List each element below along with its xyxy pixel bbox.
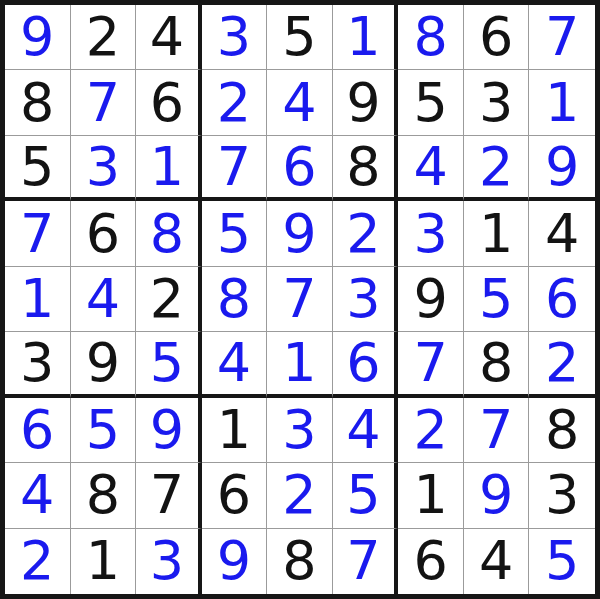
sudoku-cell-r2c3[interactable]: 6 [136,70,202,135]
sudoku-cell-r9c8[interactable]: 4 [464,529,530,594]
sudoku-cell-r1c2[interactable]: 2 [71,5,137,70]
sudoku-cell-r6c1[interactable]: 3 [5,332,71,397]
sudoku-cell-r2c8[interactable]: 3 [464,70,530,135]
sudoku-cell-r8c6[interactable]: 5 [333,463,399,528]
sudoku-cell-r3c9[interactable]: 9 [529,136,595,201]
sudoku-cell-r5c8[interactable]: 5 [464,267,530,332]
sudoku-cell-r7c4[interactable]: 1 [202,398,268,463]
sudoku-cell-r1c7[interactable]: 8 [398,5,464,70]
sudoku-cell-r6c2[interactable]: 9 [71,332,137,397]
sudoku-cell-r4c1[interactable]: 7 [5,201,71,266]
sudoku-cell-r8c7[interactable]: 1 [398,463,464,528]
sudoku-cell-r4c4[interactable]: 5 [202,201,268,266]
sudoku-cell-r4c6[interactable]: 2 [333,201,399,266]
sudoku-cell-r5c7[interactable]: 9 [398,267,464,332]
sudoku-cell-r4c5[interactable]: 9 [267,201,333,266]
sudoku-cell-r9c3[interactable]: 3 [136,529,202,594]
sudoku-cell-r4c3[interactable]: 8 [136,201,202,266]
sudoku-cell-r7c6[interactable]: 4 [333,398,399,463]
sudoku-cell-r7c7[interactable]: 2 [398,398,464,463]
sudoku-cell-r4c8[interactable]: 1 [464,201,530,266]
sudoku-board: 9243518678762495315317684297685923141428… [0,0,600,599]
sudoku-cell-r3c1[interactable]: 5 [5,136,71,201]
sudoku-cell-r5c2[interactable]: 4 [71,267,137,332]
sudoku-cell-r9c1[interactable]: 2 [5,529,71,594]
sudoku-cell-r2c7[interactable]: 5 [398,70,464,135]
sudoku-cell-r6c6[interactable]: 6 [333,332,399,397]
sudoku-cell-r6c9[interactable]: 2 [529,332,595,397]
sudoku-cell-r6c7[interactable]: 7 [398,332,464,397]
sudoku-cell-r5c9[interactable]: 6 [529,267,595,332]
sudoku-cell-r7c5[interactable]: 3 [267,398,333,463]
sudoku-cell-r8c5[interactable]: 2 [267,463,333,528]
sudoku-cell-r1c4[interactable]: 3 [202,5,268,70]
sudoku-cell-r4c2[interactable]: 6 [71,201,137,266]
sudoku-cell-r3c3[interactable]: 1 [136,136,202,201]
sudoku-cell-r2c4[interactable]: 2 [202,70,268,135]
sudoku-cell-r9c2[interactable]: 1 [71,529,137,594]
sudoku-cell-r6c3[interactable]: 5 [136,332,202,397]
sudoku-cell-r1c3[interactable]: 4 [136,5,202,70]
sudoku-cell-r5c6[interactable]: 3 [333,267,399,332]
sudoku-cell-r9c9[interactable]: 5 [529,529,595,594]
sudoku-cell-r3c7[interactable]: 4 [398,136,464,201]
sudoku-cell-r9c5[interactable]: 8 [267,529,333,594]
sudoku-cell-r7c9[interactable]: 8 [529,398,595,463]
sudoku-cell-r4c7[interactable]: 3 [398,201,464,266]
sudoku-cell-r1c1[interactable]: 9 [5,5,71,70]
sudoku-cell-r7c3[interactable]: 9 [136,398,202,463]
sudoku-cell-r1c5[interactable]: 5 [267,5,333,70]
sudoku-cell-r7c2[interactable]: 5 [71,398,137,463]
sudoku-cell-r8c9[interactable]: 3 [529,463,595,528]
sudoku-cell-r8c8[interactable]: 9 [464,463,530,528]
sudoku-cell-r1c9[interactable]: 7 [529,5,595,70]
sudoku-cell-r5c1[interactable]: 1 [5,267,71,332]
sudoku-cell-r3c8[interactable]: 2 [464,136,530,201]
sudoku-cell-r9c7[interactable]: 6 [398,529,464,594]
sudoku-cell-r5c5[interactable]: 7 [267,267,333,332]
sudoku-cell-r7c1[interactable]: 6 [5,398,71,463]
sudoku-cell-r1c6[interactable]: 1 [333,5,399,70]
sudoku-cell-r8c4[interactable]: 6 [202,463,268,528]
sudoku-cell-r8c1[interactable]: 4 [5,463,71,528]
sudoku-cell-r3c5[interactable]: 6 [267,136,333,201]
sudoku-cell-r3c6[interactable]: 8 [333,136,399,201]
sudoku-cell-r6c4[interactable]: 4 [202,332,268,397]
sudoku-cell-r8c2[interactable]: 8 [71,463,137,528]
sudoku-cell-r5c4[interactable]: 8 [202,267,268,332]
sudoku-cell-r2c5[interactable]: 4 [267,70,333,135]
sudoku-cell-r9c6[interactable]: 7 [333,529,399,594]
sudoku-cell-r2c2[interactable]: 7 [71,70,137,135]
sudoku-cell-r7c8[interactable]: 7 [464,398,530,463]
sudoku-cell-r8c3[interactable]: 7 [136,463,202,528]
sudoku-cell-r4c9[interactable]: 4 [529,201,595,266]
sudoku-cell-r1c8[interactable]: 6 [464,5,530,70]
sudoku-cell-r6c5[interactable]: 1 [267,332,333,397]
sudoku-cell-r6c8[interactable]: 8 [464,332,530,397]
sudoku-cell-r2c6[interactable]: 9 [333,70,399,135]
sudoku-cell-r3c2[interactable]: 3 [71,136,137,201]
sudoku-cell-r3c4[interactable]: 7 [202,136,268,201]
sudoku-cell-r9c4[interactable]: 9 [202,529,268,594]
sudoku-cell-r5c3[interactable]: 2 [136,267,202,332]
sudoku-cell-r2c9[interactable]: 1 [529,70,595,135]
sudoku-cell-r2c1[interactable]: 8 [5,70,71,135]
